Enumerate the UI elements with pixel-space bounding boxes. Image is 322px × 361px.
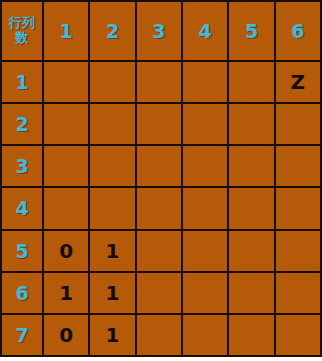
cell-r1-c3[interactable] <box>137 62 181 102</box>
cell-r4-c1[interactable] <box>44 188 88 228</box>
cell-r2-c3[interactable] <box>137 104 181 144</box>
screenshot-canvas: 行列 数 1234561Z234501611701 <box>0 0 322 361</box>
cell-r4-c4[interactable] <box>183 188 227 228</box>
cell-r2-c5[interactable] <box>229 104 273 144</box>
cell-r6-c3[interactable] <box>137 273 181 313</box>
cell-r2-c1[interactable] <box>44 104 88 144</box>
cell-r3-c5[interactable] <box>229 146 273 186</box>
cell-r1-c5[interactable] <box>229 62 273 102</box>
cell-r1-c2[interactable] <box>90 62 134 102</box>
cell-r3-c1[interactable] <box>44 146 88 186</box>
cell-r4-c3[interactable] <box>137 188 181 228</box>
cell-r7-c2[interactable]: 1 <box>90 315 134 355</box>
cell-r1-c1[interactable] <box>44 62 88 102</box>
cell-r6-c6[interactable] <box>276 273 320 313</box>
cell-r4-c2[interactable] <box>90 188 134 228</box>
corner-header-cell: 行列 数 <box>2 2 42 60</box>
cell-r5-c6[interactable] <box>276 231 320 271</box>
row-label-4: 4 <box>2 188 42 228</box>
cell-r7-c3[interactable] <box>137 315 181 355</box>
cell-r4-c6[interactable] <box>276 188 320 228</box>
row-label-2: 2 <box>2 104 42 144</box>
cell-r3-c2[interactable] <box>90 146 134 186</box>
cell-r6-c1[interactable]: 1 <box>44 273 88 313</box>
col-header-4: 4 <box>183 2 227 60</box>
col-header-5: 5 <box>229 2 273 60</box>
cell-r2-c6[interactable] <box>276 104 320 144</box>
col-header-1: 1 <box>44 2 88 60</box>
cell-r6-c4[interactable] <box>183 273 227 313</box>
cell-r5-c4[interactable] <box>183 231 227 271</box>
row-label-7: 7 <box>2 315 42 355</box>
cell-r6-c2[interactable]: 1 <box>90 273 134 313</box>
cell-r7-c6[interactable] <box>276 315 320 355</box>
row-label-1: 1 <box>2 62 42 102</box>
row-label-3: 3 <box>2 146 42 186</box>
cell-r5-c5[interactable] <box>229 231 273 271</box>
cell-r3-c4[interactable] <box>183 146 227 186</box>
col-header-2: 2 <box>90 2 134 60</box>
cell-r1-c6[interactable]: Z <box>276 62 320 102</box>
row-label-5: 5 <box>2 231 42 271</box>
cell-r2-c4[interactable] <box>183 104 227 144</box>
col-header-3: 3 <box>137 2 181 60</box>
cell-r1-c4[interactable] <box>183 62 227 102</box>
cell-r5-c1[interactable]: 0 <box>44 231 88 271</box>
board: 行列 数 1234561Z234501611701 <box>0 0 322 357</box>
corner-label-line1: 行列 <box>9 16 35 31</box>
cell-r7-c5[interactable] <box>229 315 273 355</box>
row-label-6: 6 <box>2 273 42 313</box>
cell-r3-c6[interactable] <box>276 146 320 186</box>
cell-r5-c3[interactable] <box>137 231 181 271</box>
cell-r7-c1[interactable]: 0 <box>44 315 88 355</box>
cell-r5-c2[interactable]: 1 <box>90 231 134 271</box>
cell-r4-c5[interactable] <box>229 188 273 228</box>
cell-r6-c5[interactable] <box>229 273 273 313</box>
cell-r3-c3[interactable] <box>137 146 181 186</box>
cell-r2-c2[interactable] <box>90 104 134 144</box>
cell-r7-c4[interactable] <box>183 315 227 355</box>
col-header-6: 6 <box>276 2 320 60</box>
corner-label-line2: 数 <box>16 31 29 46</box>
